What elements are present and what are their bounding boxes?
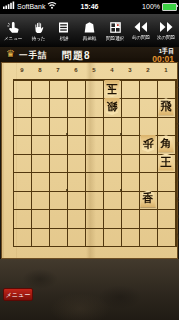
prev-problem-button[interactable]: 前の問題 bbox=[128, 14, 154, 47]
problem-header: ♛ 一手詰 問題8 1手目 00:01 bbox=[0, 47, 179, 62]
file-label: 4 bbox=[103, 67, 121, 73]
hoshi-dot bbox=[66, 189, 68, 191]
record-sheet-icon bbox=[57, 21, 70, 34]
open-hand-icon bbox=[32, 21, 45, 34]
problem-category: 一手詰 bbox=[19, 50, 48, 62]
retry-button[interactable]: 再挑戦 bbox=[77, 14, 103, 47]
crown-icon: ♛ bbox=[6, 48, 15, 59]
shogi-piece-2四[interactable]: 歩 bbox=[140, 135, 156, 152]
problem-number: 問題8 bbox=[62, 49, 91, 63]
toolbar-label: 待った bbox=[32, 35, 46, 40]
rewind-icon bbox=[133, 21, 148, 33]
battery-percent: 100% bbox=[142, 0, 160, 14]
rank-label: 三 bbox=[175, 122, 179, 129]
battery-icon bbox=[162, 3, 177, 11]
file-label: 8 bbox=[31, 67, 49, 73]
rank-label: 二 bbox=[175, 104, 179, 111]
forward-icon bbox=[159, 21, 174, 33]
rank-label: 七 bbox=[175, 196, 179, 203]
toolbar-label: 棋譜 bbox=[59, 35, 68, 40]
pointing-hand-icon bbox=[6, 21, 20, 34]
shogi-board[interactable] bbox=[13, 79, 177, 247]
shogi-piece-1五[interactable]: 王 bbox=[158, 154, 174, 171]
file-label: 7 bbox=[49, 67, 67, 73]
next-problem-button[interactable]: 次の問題 bbox=[153, 14, 179, 47]
rank-label: 五 bbox=[175, 159, 179, 166]
file-label: 2 bbox=[139, 67, 157, 73]
shogi-piece-1四[interactable]: 角 bbox=[158, 135, 174, 152]
shogi-piece-2七[interactable]: 香 bbox=[140, 190, 156, 207]
problem-select-button[interactable]: 問題選択 bbox=[102, 14, 128, 47]
app-screen: SoftBank 15:46 100% メニュー 待っ bbox=[0, 0, 179, 320]
rank-label: 四 bbox=[175, 141, 179, 148]
shogi-board-panel: 987654321 一二三四五六七八九 玉銀歩飛角王香 bbox=[1, 62, 178, 259]
file-label: 9 bbox=[13, 67, 31, 73]
hoshi-dot bbox=[120, 189, 122, 191]
bottom-menu-button[interactable]: メニュー bbox=[3, 288, 33, 301]
toolbar-label: 再挑戦 bbox=[83, 35, 97, 40]
toolbar-label: 問題選択 bbox=[106, 35, 124, 40]
menu-button[interactable]: メニュー bbox=[0, 14, 26, 47]
toolbar-label: 次の問題 bbox=[157, 34, 175, 39]
toolbar-label: 前の問題 bbox=[132, 34, 150, 39]
file-label: 5 bbox=[85, 67, 103, 73]
rank-label: 九 bbox=[175, 233, 179, 240]
shogi-piece-4一[interactable]: 玉 bbox=[104, 80, 120, 97]
status-bar: SoftBank 15:46 100% bbox=[0, 0, 179, 14]
file-label: 6 bbox=[67, 67, 85, 73]
lower-tray: メニュー bbox=[0, 259, 179, 320]
rank-label: 八 bbox=[175, 214, 179, 221]
rank-label: 六 bbox=[175, 177, 179, 184]
file-label: 1 bbox=[157, 67, 175, 73]
shogi-piece-1二[interactable]: 飛 bbox=[158, 98, 174, 115]
toolbar: メニュー 待った 棋譜 再挑戦 問題選択 bbox=[0, 14, 179, 47]
shogi-piece-4二[interactable]: 銀 bbox=[104, 98, 120, 115]
shogi-piece-icon bbox=[83, 21, 96, 34]
problem-grid-icon bbox=[109, 21, 122, 34]
file-label: 3 bbox=[121, 67, 139, 73]
toolbar-label: メニュー bbox=[4, 35, 22, 40]
game-record-button[interactable]: 棋譜 bbox=[51, 14, 77, 47]
rank-label: 一 bbox=[175, 85, 179, 92]
undo-button[interactable]: 待った bbox=[26, 14, 52, 47]
